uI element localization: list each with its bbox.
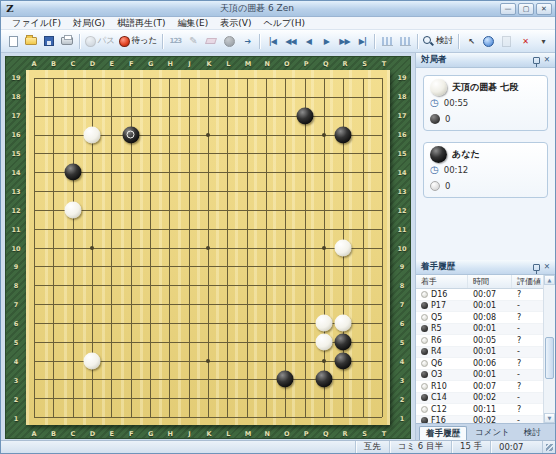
history-row[interactable]: R500:01- — [416, 324, 543, 336]
history-time-cell: 00:01 — [468, 301, 512, 310]
hoshi-point — [322, 359, 326, 363]
col-label: N — [265, 60, 270, 67]
analysis-button-label: 検討 — [436, 35, 453, 47]
menu-help[interactable]: ヘルプ(H) — [257, 17, 310, 30]
stop-button[interactable]: ✕ — [516, 32, 534, 51]
move-coord: F16 — [431, 416, 446, 423]
right-panel: 対局者 ✕ 天頂の囲碁 七段 ◷ 00:55 — [415, 53, 555, 440]
menu-view[interactable]: 表示(V) — [214, 17, 257, 30]
row-label: 9 — [400, 264, 405, 271]
menu-edit[interactable]: 編集(E) — [172, 17, 215, 30]
col-label: C — [70, 60, 75, 67]
tab-comment[interactable]: コメント — [469, 426, 516, 440]
territory-button[interactable] — [396, 32, 414, 51]
col-label: N — [265, 430, 270, 437]
row-label: 18 — [397, 94, 406, 101]
toolbar-separator — [458, 34, 459, 49]
history-eval-cell: ? — [512, 382, 543, 391]
history-time-cell: 00:08 — [468, 313, 512, 322]
capture-count: 0 — [445, 181, 450, 191]
history-eval-cell: - — [512, 347, 543, 356]
grid-line — [34, 266, 382, 267]
goban[interactable] — [26, 70, 390, 425]
status-komi: コミ 6 目半 — [389, 441, 451, 453]
history-row[interactable]: C1400:02- — [416, 393, 543, 405]
col-label: B — [51, 60, 56, 67]
col-label: Q — [323, 60, 329, 67]
players-body: 天頂の囲碁 七段 ◷ 00:55 0 あなた — [416, 68, 555, 260]
pass-stone-icon — [85, 36, 96, 47]
history-time-cell: 00:01 — [468, 324, 512, 333]
status-move-count: 15 手 — [451, 441, 490, 453]
history-eval-cell: - — [512, 324, 543, 333]
white-stone — [84, 126, 101, 143]
print-icon — [61, 37, 73, 45]
nav-first-button[interactable]: |◀ — [263, 32, 281, 51]
black-stone-icon — [421, 417, 428, 423]
history-eval-cell: ? — [512, 313, 543, 322]
col-label: D — [90, 60, 95, 67]
pointer-button[interactable]: ↖ — [462, 32, 480, 51]
grid-line — [34, 417, 382, 418]
menu-replay[interactable]: 棋譜再生(T) — [111, 17, 172, 30]
history-time-cell: 00:01 — [468, 370, 512, 379]
history-time-cell: 00:01 — [468, 347, 512, 356]
pass-button-label: パス — [98, 35, 115, 47]
pencil-icon: ✎ — [189, 36, 197, 46]
history-move-cell: D16 — [416, 290, 468, 299]
row-label: 3 — [14, 378, 19, 385]
player-time: 00:12 — [444, 165, 469, 175]
history-move-cell: R4 — [416, 347, 468, 356]
white-stone-icon — [421, 406, 428, 413]
col-label: S — [362, 430, 367, 437]
col-label: B — [51, 430, 56, 437]
row-label: 13 — [11, 188, 20, 195]
print-button[interactable] — [58, 32, 76, 51]
col-label: G — [148, 430, 153, 437]
col-label: E — [110, 60, 114, 67]
globe-icon — [483, 36, 494, 47]
black-stone — [335, 333, 352, 350]
last-move-marker — [127, 131, 135, 139]
hoshi-point — [206, 359, 210, 363]
black-stone — [64, 164, 81, 181]
grid-line — [34, 285, 382, 286]
column-header-move: 着手 — [416, 275, 468, 288]
pointer-icon: ↖ — [468, 37, 474, 46]
app-icon: Z — [4, 3, 16, 15]
col-label: L — [226, 430, 230, 437]
grid-line — [285, 78, 286, 417]
col-label: T — [382, 430, 386, 437]
save-icon — [44, 36, 54, 46]
history-row[interactable]: Q500:08? — [416, 312, 543, 324]
row-label: 16 — [11, 132, 20, 139]
toolbar-overflow-button[interactable]: ▾ — [534, 32, 552, 51]
row-label: 14 — [397, 169, 406, 176]
scroll-down-icon[interactable]: ▼ — [544, 413, 555, 423]
history-time-cell: 00:11 — [468, 405, 512, 414]
row-label: 15 — [11, 151, 20, 158]
move-numbers-icon: 123 — [170, 37, 182, 45]
col-label: H — [167, 60, 172, 67]
nav-back10-icon: ◀◀ — [285, 37, 295, 46]
history-time-cell: 00:07 — [468, 290, 512, 299]
grid-line — [34, 398, 382, 399]
history-row[interactable]: O300:01- — [416, 370, 543, 382]
white-stone — [335, 239, 352, 256]
history-move-cell: P17 — [416, 301, 468, 310]
scrollbar-thumb[interactable] — [545, 337, 554, 379]
white-stone — [84, 352, 101, 369]
stone-menu-button[interactable] — [220, 32, 238, 51]
history-move-cell: C12 — [416, 405, 468, 414]
nav-forward10-button[interactable]: ▶▶ — [335, 32, 353, 51]
hoshi-point — [90, 246, 94, 250]
row-label: 1 — [400, 416, 405, 423]
history-row[interactable]: C1200:11? — [416, 404, 543, 416]
nav-forward-icon: ▶ — [324, 37, 329, 46]
white-stone-icon — [421, 337, 428, 344]
chevron-down-icon: ▾ — [541, 37, 544, 46]
col-label: M — [245, 60, 251, 67]
black-stone-icon — [421, 302, 428, 309]
col-label: S — [362, 60, 367, 67]
pass-button[interactable]: パス — [83, 32, 117, 51]
nav-back10-button[interactable]: ◀◀ — [281, 32, 299, 51]
toolbar-separator — [259, 34, 260, 49]
col-label: J — [188, 430, 190, 437]
col-label: F — [129, 430, 133, 437]
resize-grip[interactable] — [542, 441, 555, 453]
players-pane-title: 対局者 — [421, 54, 447, 66]
status-timer: 00:07 — [490, 441, 542, 453]
player-name: あなた — [452, 148, 480, 161]
maximize-button[interactable]: ▢ — [518, 3, 534, 15]
col-label: C — [70, 430, 75, 437]
open-folder-icon — [25, 37, 37, 45]
new-file-icon — [9, 36, 18, 47]
document-icon — [502, 36, 511, 47]
row-label: 2 — [400, 397, 405, 404]
status-handicap: 互先 — [355, 441, 389, 453]
col-label: H — [167, 430, 172, 437]
row-label: 5 — [14, 340, 19, 347]
row-label: 18 — [11, 94, 20, 101]
history-eval-cell: - — [512, 301, 543, 310]
row-label: 11 — [397, 226, 406, 233]
history-header-row: 着手 時間 評価値 — [416, 275, 543, 289]
row-label: 16 — [397, 132, 406, 139]
history-eval-cell: - — [512, 370, 543, 379]
row-label: 5 — [400, 340, 405, 347]
row-label: 3 — [400, 378, 405, 385]
menu-file[interactable]: ファイル(F) — [6, 17, 67, 30]
history-move-cell: Q5 — [416, 313, 468, 322]
captured-stone-icon — [430, 114, 440, 124]
white-stone-icon — [421, 383, 428, 390]
row-label: 2 — [14, 397, 19, 404]
scroll-up-icon[interactable]: ▲ — [544, 275, 555, 285]
hoshi-point — [322, 133, 326, 137]
move-coord: R10 — [431, 382, 447, 391]
col-label: M — [245, 430, 251, 437]
capture-count: 0 — [445, 114, 450, 124]
players-pane-header: 対局者 ✕ — [416, 53, 555, 68]
toolbar-separator — [374, 34, 375, 49]
history-move-cell: O3 — [416, 370, 468, 379]
row-label: 10 — [11, 245, 20, 252]
row-label: 9 — [14, 264, 19, 271]
close-pane-icon[interactable]: ✕ — [544, 56, 550, 64]
black-stone-icon — [421, 371, 428, 378]
menu-game[interactable]: 対局(G) — [67, 17, 111, 30]
row-label: 15 — [397, 151, 406, 158]
captured-stone-icon — [430, 181, 440, 191]
grid-line — [382, 78, 383, 417]
territory-icon — [400, 37, 411, 46]
history-move-cell: R6 — [416, 336, 468, 345]
history-eval-cell: ? — [512, 290, 543, 299]
col-label: R — [343, 430, 348, 437]
menu-bar: ファイル(F)対局(G)棋譜再生(T)編集(E)表示(V)ヘルプ(H) — [1, 17, 555, 30]
row-label: 12 — [397, 207, 406, 214]
title-bar: Z 天頂の囲碁 6 Zen — ▢ ✕ — [1, 1, 555, 17]
white-stone-icon — [421, 314, 428, 321]
col-label: T — [382, 60, 386, 67]
row-label: 19 — [11, 75, 20, 82]
save-button[interactable] — [40, 32, 58, 51]
col-label: O — [284, 60, 290, 67]
board-grid[interactable] — [34, 78, 382, 417]
col-label: K — [206, 430, 211, 437]
player-card-black: あなた ◷ 00:12 0 — [423, 142, 548, 198]
move-coord: C14 — [431, 393, 447, 402]
new-file-button[interactable] — [4, 32, 22, 51]
grid-line — [247, 78, 248, 417]
toolbar-separator — [79, 34, 80, 49]
history-eval-cell: ? — [512, 336, 543, 345]
row-label: 4 — [14, 359, 19, 366]
go-board-frame: AABBCCDDEEFFGGHHJJKKLLMMNNOOPPQQRRSSTT19… — [5, 56, 411, 439]
history-time-cell: 00:05 — [468, 336, 512, 345]
col-label: F — [129, 60, 133, 67]
col-label: R — [343, 60, 348, 67]
row-label: 14 — [11, 169, 20, 176]
move-coord: C12 — [431, 405, 447, 414]
white-stone — [316, 314, 333, 331]
pin-icon[interactable] — [533, 57, 540, 64]
history-row[interactable]: R400:01- — [416, 347, 543, 359]
analysis-button[interactable]: 検討 — [421, 32, 455, 51]
score-graph-button[interactable] — [378, 32, 396, 51]
row-label: 11 — [11, 226, 20, 233]
clock-icon: ◷ — [430, 165, 439, 175]
grid-line — [266, 78, 267, 417]
history-scrollbar[interactable]: ▲ ▼ — [543, 275, 555, 423]
move-coord: R6 — [431, 336, 442, 345]
col-label: P — [304, 430, 309, 437]
white-stone-icon — [421, 291, 428, 298]
black-stone — [335, 352, 352, 369]
row-label: 13 — [397, 188, 406, 195]
tab-move-history[interactable]: 着手履歴 — [419, 426, 467, 440]
app-window: Z 天頂の囲碁 6 Zen — ▢ ✕ ファイル(F)対局(G)棋譜再生(T)編… — [0, 0, 556, 454]
col-label: A — [31, 60, 36, 67]
undo-button[interactable]: 待った — [117, 32, 159, 51]
row-label: 12 — [11, 207, 20, 214]
play-arrow-icon: ➔ — [245, 37, 251, 46]
col-label: G — [148, 60, 153, 67]
toolbar: パス待った123✎➔|◀◀◀◀▶▶▶▶|検討↖✕▾ — [1, 30, 555, 53]
col-label: L — [226, 60, 230, 67]
black-stone — [122, 126, 139, 143]
column-header-time: 時間 — [468, 275, 512, 288]
history-time-cell: 00:02 — [468, 393, 512, 402]
player-name: 天頂の囲碁 七段 — [452, 81, 518, 94]
column-header-eval: 評価値 — [512, 275, 543, 288]
eraser-button[interactable] — [202, 32, 220, 51]
nav-last-button[interactable]: ▶| — [353, 32, 371, 51]
row-label: 6 — [400, 321, 405, 328]
white-stone — [316, 333, 333, 350]
window-title: 天頂の囲碁 6 Zen — [16, 2, 498, 15]
history-eval-cell: - — [512, 393, 543, 402]
history-eval-cell: ? — [512, 405, 543, 414]
history-row[interactable]: Q600:06? — [416, 358, 543, 370]
white-stone-icon — [421, 360, 428, 367]
row-label: 7 — [400, 302, 405, 309]
history-row[interactable]: D1600:07? — [416, 289, 543, 301]
black-stone-icon — [421, 394, 428, 401]
stone-menu-icon — [224, 36, 235, 47]
history-row[interactable]: R600:05? — [416, 335, 543, 347]
row-label: 8 — [14, 283, 19, 290]
undo-stone-icon — [119, 36, 130, 47]
move-coord: O3 — [431, 370, 442, 379]
row-label: 17 — [11, 113, 20, 120]
pin-icon[interactable] — [533, 264, 540, 271]
row-label: 19 — [397, 75, 406, 82]
history-pane-title: 着手履歴 — [421, 261, 455, 273]
move-coord: P17 — [431, 301, 446, 310]
row-label: 6 — [14, 321, 19, 328]
player-card-white: 天頂の囲碁 七段 ◷ 00:55 0 — [423, 75, 548, 131]
tab-analysis[interactable]: 検討 — [518, 426, 547, 440]
nav-forward10-icon: ▶▶ — [339, 37, 349, 46]
col-label: D — [90, 430, 95, 437]
nav-back-icon: ◀ — [306, 37, 311, 46]
history-move-cell: C14 — [416, 393, 468, 402]
network-button[interactable] — [480, 32, 498, 51]
history-move-cell: F16 — [416, 416, 468, 423]
grid-line — [363, 78, 364, 417]
row-label: 17 — [397, 113, 406, 120]
hoshi-point — [206, 133, 210, 137]
close-button[interactable]: ✕ — [536, 3, 552, 15]
close-pane-icon[interactable]: ✕ — [544, 263, 550, 271]
history-eval-cell: ? — [512, 359, 543, 368]
row-label: 7 — [14, 302, 19, 309]
row-label: 10 — [397, 245, 406, 252]
move-history-table: 着手 時間 評価値 D1600:07?P1700:01-Q500:08?R500… — [416, 275, 555, 423]
grid-line — [34, 304, 382, 305]
history-time-cell: 00:02 — [468, 416, 512, 423]
play-button[interactable]: ➔ — [238, 32, 256, 51]
history-move-cell: R10 — [416, 382, 468, 391]
nav-last-icon: ▶| — [359, 37, 366, 46]
row-label: 4 — [400, 359, 405, 366]
history-row[interactable]: R1000:07? — [416, 381, 543, 393]
hoshi-point — [206, 246, 210, 250]
history-eval-cell: - — [512, 416, 543, 423]
move-coord: R4 — [431, 347, 442, 356]
history-move-cell: Q6 — [416, 359, 468, 368]
grid-line — [305, 78, 306, 417]
clock-icon: ◷ — [430, 98, 439, 108]
document-button[interactable] — [498, 32, 516, 51]
minimize-button[interactable]: — — [500, 3, 516, 15]
col-label: O — [284, 430, 290, 437]
row-label: 8 — [400, 283, 405, 290]
move-coord: Q6 — [431, 359, 442, 368]
grid-line — [227, 78, 228, 417]
nav-first-icon: |◀ — [269, 37, 276, 46]
undo-button-label: 待った — [132, 35, 158, 47]
open-file-button[interactable] — [22, 32, 40, 51]
col-label: K — [206, 60, 211, 67]
move-numbers-button[interactable]: 123 — [166, 32, 184, 51]
move-coord: D16 — [431, 290, 447, 299]
history-time-cell: 00:07 — [468, 382, 512, 391]
nav-forward-button[interactable]: ▶ — [317, 32, 335, 51]
white-stone-avatar — [430, 79, 447, 96]
move-coord: Q5 — [431, 313, 442, 322]
col-label: Q — [323, 430, 329, 437]
row-label: 1 — [14, 416, 19, 423]
col-label: J — [188, 60, 190, 67]
bottom-tabs: 着手履歴コメント検討 — [416, 423, 555, 440]
white-stone — [64, 201, 81, 218]
toolbar-separator — [417, 34, 418, 49]
status-bar: 互先 コミ 6 目半 15 手 00:07 — [1, 440, 555, 453]
history-pane-header: 着手履歴 ✕ — [416, 260, 555, 275]
col-label: P — [304, 60, 309, 67]
black-stone — [296, 107, 313, 124]
magnifier-icon — [423, 36, 434, 47]
nav-back-button[interactable]: ◀ — [299, 32, 317, 51]
history-move-cell: R5 — [416, 324, 468, 333]
toolbar-separator — [162, 34, 163, 49]
black-stone — [335, 126, 352, 143]
hoshi-point — [322, 246, 326, 250]
black-stone — [277, 371, 294, 388]
player-time: 00:55 — [444, 98, 469, 108]
col-label: E — [110, 430, 114, 437]
black-stone-icon — [421, 325, 428, 332]
black-stone-avatar — [430, 146, 447, 163]
board-area: AABBCCDDEEFFGGHHJJKKLLMMNNOOPPQQRRSSTT19… — [1, 53, 415, 440]
col-label: A — [31, 430, 36, 437]
history-row[interactable]: F1600:02- — [416, 416, 543, 424]
white-stone — [335, 314, 352, 331]
black-stone-icon — [421, 348, 428, 355]
history-row[interactable]: P1700:01- — [416, 301, 543, 313]
history-rows: D1600:07?P1700:01-Q500:08?R500:01-R600:0… — [416, 289, 543, 423]
score-graph-icon — [382, 37, 393, 46]
pencil-button[interactable]: ✎ — [184, 32, 202, 51]
